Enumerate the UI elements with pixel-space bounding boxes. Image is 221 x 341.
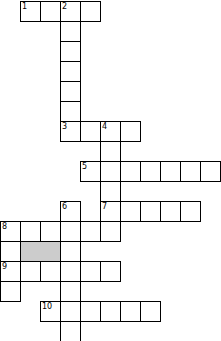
crossword-cell[interactable] (60, 21, 81, 42)
clue-number: 10 (42, 302, 52, 311)
crossword-cell[interactable] (100, 181, 121, 202)
crossword-cell[interactable] (160, 161, 181, 182)
crossword-cell[interactable] (60, 261, 81, 282)
crossword-cell[interactable] (140, 301, 161, 322)
crossword-cell[interactable] (60, 321, 81, 341)
clue-number: 3 (62, 122, 67, 131)
crossword-cell[interactable] (200, 161, 221, 182)
crossword-cell[interactable]: 5 (80, 161, 101, 182)
crossword-cell[interactable]: 10 (40, 301, 61, 322)
crossword-cell[interactable] (120, 161, 141, 182)
crossword-cell[interactable] (100, 141, 121, 162)
crossword-cell[interactable] (100, 161, 121, 182)
crossword-cell[interactable] (0, 241, 21, 262)
clue-number: 7 (102, 202, 107, 211)
crossword-cell[interactable] (80, 221, 101, 242)
crossword-cell[interactable] (140, 201, 161, 222)
crossword-cell[interactable] (80, 121, 101, 142)
crossword-cell[interactable] (60, 41, 81, 62)
crossword-cell[interactable] (60, 81, 81, 102)
crossword-cell[interactable] (100, 221, 121, 242)
clue-number: 8 (2, 222, 7, 231)
crossword-cell[interactable]: 8 (0, 221, 21, 242)
crossword-cell[interactable] (100, 301, 121, 322)
crossword-cell[interactable] (180, 161, 201, 182)
crossword-cell[interactable] (40, 1, 61, 22)
crossword-cell[interactable] (0, 281, 21, 302)
crossword-cell[interactable]: 7 (100, 201, 121, 222)
crossword-cell[interactable] (60, 301, 81, 322)
clue-number: 6 (62, 202, 67, 211)
crossword-cell[interactable] (60, 221, 81, 242)
crossword-cell[interactable] (160, 201, 181, 222)
crossword-cell[interactable]: 6 (60, 201, 81, 222)
crossword-page: 12345678910 (0, 0, 221, 341)
crossword-cell[interactable] (120, 201, 141, 222)
crossword-cell[interactable] (140, 161, 161, 182)
crossword-cell[interactable] (40, 261, 61, 282)
clue-number: 9 (2, 262, 7, 271)
crossword-cell[interactable]: 2 (60, 1, 81, 22)
crossword-cell[interactable] (60, 241, 81, 262)
crossword-cell[interactable] (120, 301, 141, 322)
crossword-cell[interactable] (100, 261, 121, 282)
clue-number: 2 (62, 2, 67, 11)
crossword-cell[interactable]: 4 (100, 121, 121, 142)
clue-number: 5 (82, 162, 87, 171)
crossword-board: 12345678910 (0, 1, 221, 341)
crossword-cell[interactable] (60, 101, 81, 122)
clue-number: 4 (102, 122, 107, 131)
crossword-cell[interactable] (120, 121, 141, 142)
crossword-cell[interactable] (60, 281, 81, 302)
crossword-cell[interactable] (40, 221, 61, 242)
crossword-cell[interactable] (60, 61, 81, 82)
crossword-cell[interactable]: 9 (0, 261, 21, 282)
clue-number: 1 (22, 2, 27, 11)
crossword-cell[interactable] (80, 301, 101, 322)
crossword-cell[interactable]: 3 (60, 121, 81, 142)
crossword-cell[interactable]: 1 (20, 1, 41, 22)
shaded-cell (20, 241, 61, 262)
crossword-cell[interactable] (20, 261, 41, 282)
crossword-cell[interactable] (180, 201, 201, 222)
crossword-cell[interactable] (80, 261, 101, 282)
crossword-cell[interactable] (20, 221, 41, 242)
crossword-cell[interactable] (80, 1, 101, 22)
